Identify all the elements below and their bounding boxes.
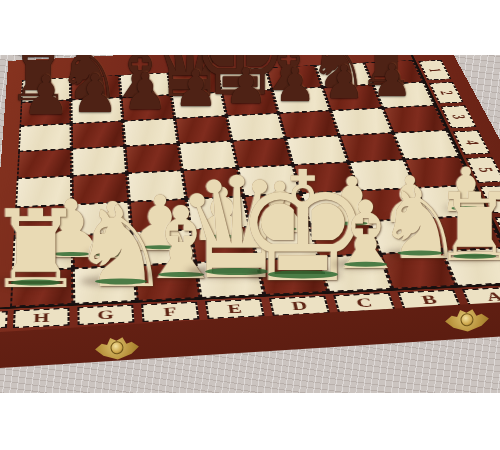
square-d1 xyxy=(217,68,272,93)
square-f5 xyxy=(127,170,186,201)
square-c3 xyxy=(278,111,339,139)
square-g4 xyxy=(71,146,126,176)
file-label-h: H xyxy=(13,308,70,328)
square-d6 xyxy=(243,193,309,226)
square-f1 xyxy=(119,73,171,98)
square-h6 xyxy=(14,205,73,239)
square-f3 xyxy=(123,118,178,146)
square-g7 xyxy=(73,233,135,269)
square-d2 xyxy=(221,90,278,116)
square-h5 xyxy=(15,176,72,208)
square-e8 xyxy=(195,260,264,298)
file-label-f: F xyxy=(141,302,199,322)
square-h4 xyxy=(17,149,72,179)
square-h8 xyxy=(10,268,73,307)
square-e4 xyxy=(178,141,237,170)
square-c2 xyxy=(272,87,331,113)
square-d3 xyxy=(226,113,285,141)
square-c6 xyxy=(301,191,369,224)
square-g8 xyxy=(73,266,137,304)
square-f2 xyxy=(121,95,175,121)
square-e7 xyxy=(191,227,257,263)
square-c1 xyxy=(266,65,323,90)
file-label-d: D xyxy=(269,296,330,316)
square-f6 xyxy=(129,199,191,233)
square-c7 xyxy=(309,221,380,257)
square-f4 xyxy=(125,144,182,174)
square-h2 xyxy=(20,100,72,126)
square-g3 xyxy=(71,121,125,149)
square-g1 xyxy=(71,75,121,100)
square-h3 xyxy=(18,124,71,152)
square-e3 xyxy=(175,116,232,144)
square-c5 xyxy=(293,162,358,193)
square-d5 xyxy=(237,165,300,196)
square-b1 xyxy=(315,63,373,88)
square-h1 xyxy=(21,78,71,103)
square-f7 xyxy=(132,230,196,266)
brass-clasp-right xyxy=(444,305,490,334)
product-photo: 12345678HGFEDCBA ♜♞♝♛♚♝♞♜♟♟♟♟♟♟♟♟♟♟♟♟♟♟♟… xyxy=(0,55,500,393)
square-d8 xyxy=(257,257,328,295)
square-e6 xyxy=(186,196,250,229)
square-d7 xyxy=(250,224,319,260)
square-g6 xyxy=(72,202,131,236)
file-label-e: E xyxy=(205,299,265,319)
square-e5 xyxy=(182,168,243,199)
square-f8 xyxy=(134,263,200,301)
brass-clasp-left xyxy=(94,333,140,362)
chess-board: 12345678HGFEDCBA xyxy=(0,55,500,340)
left-border-corner-cell xyxy=(0,311,8,328)
file-label-g: G xyxy=(77,305,134,325)
square-g5 xyxy=(72,173,129,204)
square-d4 xyxy=(232,138,293,167)
square-c4 xyxy=(285,136,348,165)
square-e2 xyxy=(171,92,226,118)
square-g2 xyxy=(71,97,123,123)
square-e1 xyxy=(168,70,222,95)
square-h7 xyxy=(12,235,73,271)
square-a7 xyxy=(428,215,500,251)
